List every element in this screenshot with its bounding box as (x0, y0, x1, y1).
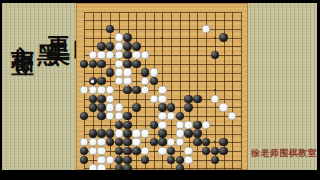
star-point (214, 37, 216, 39)
black-stone (123, 42, 131, 50)
white-stone (167, 112, 175, 120)
white-stone (176, 138, 184, 146)
black-stone (132, 60, 140, 68)
black-stone (211, 156, 219, 164)
white-stone (89, 86, 97, 94)
black-stone (193, 95, 201, 103)
black-stone (123, 112, 131, 120)
white-stone (89, 51, 97, 59)
grid-vline (197, 12, 198, 171)
black-stone (115, 138, 123, 146)
black-stone (123, 121, 131, 129)
white-stone (158, 121, 166, 129)
white-stone (132, 129, 140, 137)
white-stone (115, 103, 123, 111)
black-stone (97, 42, 105, 50)
white-stone (228, 112, 236, 120)
white-stone (97, 51, 105, 59)
black-stone (106, 68, 114, 76)
white-stone (184, 156, 192, 164)
white-stone (97, 86, 105, 94)
white-stone (106, 51, 114, 59)
black-stone (115, 164, 123, 170)
black-stone (106, 42, 114, 50)
black-stone (176, 112, 184, 120)
white-stone (141, 77, 149, 85)
white-stone (150, 95, 158, 103)
black-stone (184, 95, 192, 103)
white-stone (115, 51, 123, 59)
black-stone (97, 112, 105, 120)
white-stone (184, 147, 192, 155)
white-stone (97, 147, 105, 155)
white-stone (89, 138, 97, 146)
black-stone (132, 147, 140, 155)
black-stone (184, 103, 192, 111)
white-stone (141, 86, 149, 94)
black-stone (150, 138, 158, 146)
black-stone (89, 95, 97, 103)
white-stone (184, 121, 192, 129)
grid-vline (180, 12, 181, 171)
black-stone (123, 129, 131, 137)
grid-vline (232, 12, 233, 171)
white-stone (158, 95, 166, 103)
black-stone (80, 60, 88, 68)
white-stone (89, 147, 97, 155)
white-stone (211, 95, 219, 103)
black-stone (202, 147, 210, 155)
black-stone (158, 103, 166, 111)
black-stone (80, 147, 88, 155)
white-stone (115, 68, 123, 76)
black-stone (89, 60, 97, 68)
black-stone (123, 51, 131, 59)
white-stone (115, 33, 123, 41)
white-stone (115, 42, 123, 50)
white-stone (115, 112, 123, 120)
black-stone (132, 42, 140, 50)
white-stone (158, 112, 166, 120)
white-stone (115, 77, 123, 85)
black-stone (141, 68, 149, 76)
black-stone (106, 129, 114, 137)
white-stone (97, 156, 105, 164)
white-stone (158, 147, 166, 155)
white-stone (141, 51, 149, 59)
black-stone (150, 77, 158, 85)
black-stone (219, 138, 227, 146)
white-stone (115, 60, 123, 68)
black-stone (193, 121, 201, 129)
black-stone (123, 86, 131, 94)
black-stone (123, 156, 131, 164)
black-stone (97, 129, 105, 137)
black-stone (202, 138, 210, 146)
black-stone (141, 156, 149, 164)
white-stone (202, 121, 210, 129)
white-stone (167, 138, 175, 146)
black-stone (219, 33, 227, 41)
black-stone (150, 121, 158, 129)
white-stone (123, 68, 131, 76)
white-stone (106, 86, 114, 94)
black-player-name: 卞相壹 (10, 26, 36, 38)
tatami-background: 黑卞相壹 白王星昊 徐老师围棋教室 (2, 3, 317, 171)
black-stone (167, 147, 175, 155)
black-stone (89, 77, 97, 85)
black-stone (106, 25, 114, 33)
black-stone (123, 164, 131, 170)
last-move-marker (91, 80, 94, 83)
white-stone (89, 164, 97, 170)
black-stone (219, 147, 227, 155)
black-stone (115, 121, 123, 129)
white-stone (115, 129, 123, 137)
white-stone (106, 112, 114, 120)
black-stone (123, 147, 131, 155)
black-stone (193, 129, 201, 137)
black-stone (115, 147, 123, 155)
white-stone (106, 156, 114, 164)
black-stone (211, 51, 219, 59)
white-player-name: 王星昊 (46, 17, 72, 29)
black-stone (97, 95, 105, 103)
white-stone (132, 138, 140, 146)
white-stone (141, 129, 149, 137)
white-stone (158, 86, 166, 94)
white-stone (202, 25, 210, 33)
white-stone (97, 138, 105, 146)
black-stone (89, 129, 97, 137)
black-stone (89, 103, 97, 111)
black-stone (123, 33, 131, 41)
star-point (214, 89, 216, 91)
star-point (109, 37, 111, 39)
white-stone (80, 138, 88, 146)
black-stone (158, 129, 166, 137)
video-frame: 黑卞相壹 白王星昊 徐老师围棋教室 (0, 0, 320, 180)
go-board[interactable] (76, 3, 248, 171)
white-stone (219, 103, 227, 111)
black-stone (80, 156, 88, 164)
white-stone (141, 147, 149, 155)
grid-vline (241, 12, 242, 171)
white-stone (176, 121, 184, 129)
classroom-caption: 徐老师围棋教室 (251, 147, 317, 160)
black-stone (211, 147, 219, 155)
white-stone (106, 103, 114, 111)
black-stone (132, 86, 140, 94)
black-stone (167, 156, 175, 164)
white-stone (97, 164, 105, 170)
black-stone (123, 60, 131, 68)
white-stone (176, 129, 184, 137)
black-stone (97, 60, 105, 68)
black-stone (176, 156, 184, 164)
black-stone (193, 138, 201, 146)
white-stone (80, 86, 88, 94)
black-stone (115, 156, 123, 164)
white-stone (132, 51, 140, 59)
black-stone (184, 129, 192, 137)
black-stone (176, 164, 184, 170)
black-stone (106, 138, 114, 146)
white-stone (150, 68, 158, 76)
black-stone (80, 112, 88, 120)
black-stone (97, 103, 105, 111)
black-stone (167, 103, 175, 111)
white-stone (106, 95, 114, 103)
black-stone (132, 103, 140, 111)
grid-hline (84, 168, 241, 169)
white-stone (123, 77, 131, 85)
black-stone (158, 138, 166, 146)
black-stone (97, 77, 105, 85)
black-stone (123, 138, 131, 146)
